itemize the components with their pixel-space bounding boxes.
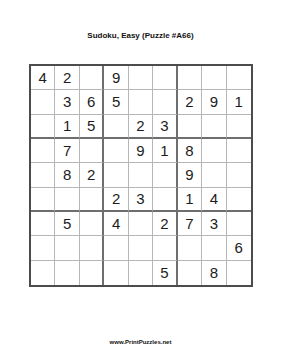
- sudoku-cell-r4c3[interactable]: [80, 139, 104, 163]
- sudoku-cell-r4c8[interactable]: [202, 139, 226, 163]
- sudoku-cell-r8c7[interactable]: [178, 236, 202, 260]
- sudoku-cell-r5c4[interactable]: [104, 163, 128, 187]
- sudoku-cell-r7c9[interactable]: [227, 212, 251, 236]
- sudoku-cell-r6c8[interactable]: 4: [202, 188, 226, 212]
- sudoku-cell-r4c2[interactable]: 7: [55, 139, 79, 163]
- sudoku-cell-r5c1[interactable]: [31, 163, 55, 187]
- sudoku-cell-r6c4[interactable]: 2: [104, 188, 128, 212]
- sudoku-cell-r9c5[interactable]: [129, 261, 153, 285]
- sudoku-cell-r4c9[interactable]: [227, 139, 251, 163]
- sudoku-cell-r4c4[interactable]: [104, 139, 128, 163]
- sudoku-cell-r7c6[interactable]: 2: [153, 212, 177, 236]
- footer-url: www.PrintPuzzles.net: [0, 339, 281, 345]
- sudoku-cell-r7c2[interactable]: 5: [55, 212, 79, 236]
- sudoku-cell-r2c9[interactable]: 1: [227, 90, 251, 114]
- sudoku-cell-r7c7[interactable]: 7: [178, 212, 202, 236]
- sudoku-cell-r3c4[interactable]: [104, 115, 128, 139]
- sudoku-cell-r4c6[interactable]: 1: [153, 139, 177, 163]
- sudoku-cell-r2c4[interactable]: 5: [104, 90, 128, 114]
- sudoku-cell-r6c5[interactable]: 3: [129, 188, 153, 212]
- sudoku-cell-r4c5[interactable]: 9: [129, 139, 153, 163]
- sudoku-cell-r6c9[interactable]: [227, 188, 251, 212]
- sudoku-cell-r8c9[interactable]: 6: [227, 236, 251, 260]
- sudoku-cell-r9c1[interactable]: [31, 261, 55, 285]
- sudoku-cell-r8c1[interactable]: [31, 236, 55, 260]
- sudoku-cell-r2c2[interactable]: 3: [55, 90, 79, 114]
- sudoku-cell-r9c7[interactable]: [178, 261, 202, 285]
- sudoku-cell-r3c9[interactable]: [227, 115, 251, 139]
- sudoku-cell-r6c1[interactable]: [31, 188, 55, 212]
- sudoku-cell-r2c7[interactable]: 2: [178, 90, 202, 114]
- sudoku-cell-r1c2[interactable]: 2: [55, 66, 79, 90]
- sudoku-cell-r8c4[interactable]: [104, 236, 128, 260]
- sudoku-cell-r5c2[interactable]: 8: [55, 163, 79, 187]
- sudoku-cell-r9c8[interactable]: 8: [202, 261, 226, 285]
- sudoku-cell-r3c2[interactable]: 1: [55, 115, 79, 139]
- sudoku-cell-r3c1[interactable]: [31, 115, 55, 139]
- sudoku-cell-r1c1[interactable]: 4: [31, 66, 55, 90]
- sudoku-cell-r1c3[interactable]: [80, 66, 104, 90]
- sudoku-cell-r9c2[interactable]: [55, 261, 79, 285]
- sudoku-cell-r8c8[interactable]: [202, 236, 226, 260]
- sudoku-page: Sudoku, Easy (Puzzle #A66) 4293652911523…: [0, 0, 281, 363]
- sudoku-cell-r9c9[interactable]: [227, 261, 251, 285]
- sudoku-cell-r2c3[interactable]: 6: [80, 90, 104, 114]
- puzzle-title: Sudoku, Easy (Puzzle #A66): [0, 31, 281, 40]
- sudoku-cell-r5c3[interactable]: 2: [80, 163, 104, 187]
- sudoku-cell-r8c5[interactable]: [129, 236, 153, 260]
- sudoku-cell-r6c2[interactable]: [55, 188, 79, 212]
- sudoku-cell-r3c3[interactable]: 5: [80, 115, 104, 139]
- sudoku-board: 42936529115237918829231454273658: [29, 64, 253, 287]
- sudoku-cell-r5c9[interactable]: [227, 163, 251, 187]
- sudoku-cell-r5c6[interactable]: [153, 163, 177, 187]
- sudoku-cell-r3c6[interactable]: 3: [153, 115, 177, 139]
- sudoku-cell-r1c5[interactable]: [129, 66, 153, 90]
- sudoku-cell-r2c1[interactable]: [31, 90, 55, 114]
- sudoku-cell-r1c9[interactable]: [227, 66, 251, 90]
- sudoku-cell-r1c4[interactable]: 9: [104, 66, 128, 90]
- sudoku-cell-r5c5[interactable]: [129, 163, 153, 187]
- sudoku-cell-r6c7[interactable]: 1: [178, 188, 202, 212]
- sudoku-cell-r5c8[interactable]: [202, 163, 226, 187]
- sudoku-cell-r1c7[interactable]: [178, 66, 202, 90]
- sudoku-cell-r2c8[interactable]: 9: [202, 90, 226, 114]
- sudoku-cell-r8c2[interactable]: [55, 236, 79, 260]
- sudoku-cell-r9c4[interactable]: [104, 261, 128, 285]
- sudoku-cell-r7c3[interactable]: [80, 212, 104, 236]
- sudoku-cell-r2c5[interactable]: [129, 90, 153, 114]
- sudoku-cell-r7c5[interactable]: [129, 212, 153, 236]
- sudoku-cell-r9c3[interactable]: [80, 261, 104, 285]
- sudoku-cell-r9c6[interactable]: 5: [153, 261, 177, 285]
- sudoku-cell-r6c3[interactable]: [80, 188, 104, 212]
- sudoku-cell-r7c1[interactable]: [31, 212, 55, 236]
- sudoku-cell-r4c1[interactable]: [31, 139, 55, 163]
- sudoku-cell-r7c8[interactable]: 3: [202, 212, 226, 236]
- sudoku-cell-r3c5[interactable]: 2: [129, 115, 153, 139]
- sudoku-cell-r8c6[interactable]: [153, 236, 177, 260]
- sudoku-cell-r1c6[interactable]: [153, 66, 177, 90]
- sudoku-cell-r8c3[interactable]: [80, 236, 104, 260]
- sudoku-cell-r5c7[interactable]: 9: [178, 163, 202, 187]
- sudoku-cell-r6c6[interactable]: [153, 188, 177, 212]
- sudoku-cell-r3c7[interactable]: [178, 115, 202, 139]
- sudoku-cell-r2c6[interactable]: [153, 90, 177, 114]
- sudoku-cell-r1c8[interactable]: [202, 66, 226, 90]
- sudoku-cell-r4c7[interactable]: 8: [178, 139, 202, 163]
- sudoku-cell-r3c8[interactable]: [202, 115, 226, 139]
- sudoku-cell-r7c4[interactable]: 4: [104, 212, 128, 236]
